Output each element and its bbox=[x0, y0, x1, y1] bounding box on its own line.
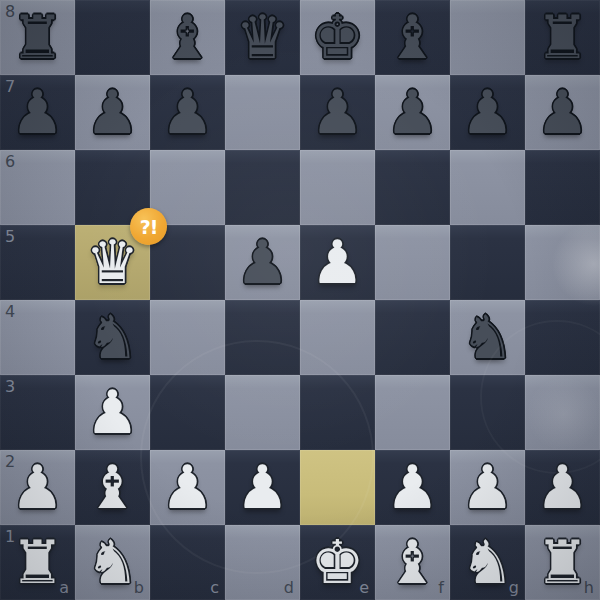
square-b4[interactable]: ♞ bbox=[75, 300, 150, 375]
square-b1[interactable]: b♞ bbox=[75, 525, 150, 600]
black-knight[interactable]: ♞ bbox=[75, 300, 150, 375]
square-c8[interactable]: ♝ bbox=[150, 0, 225, 75]
square-f3[interactable] bbox=[375, 375, 450, 450]
square-g4[interactable]: ♞ bbox=[450, 300, 525, 375]
rank-label-4: 4 bbox=[5, 304, 15, 320]
square-d4[interactable] bbox=[225, 300, 300, 375]
square-e2[interactable] bbox=[300, 450, 375, 525]
black-pawn[interactable]: ♟ bbox=[150, 75, 225, 150]
square-a4[interactable]: 4 bbox=[0, 300, 75, 375]
black-pawn[interactable]: ♟ bbox=[525, 75, 600, 150]
file-label-d: d bbox=[284, 580, 294, 596]
file-label-a: a bbox=[59, 580, 69, 596]
square-g2[interactable]: ♟ bbox=[450, 450, 525, 525]
black-pawn[interactable]: ♟ bbox=[300, 75, 375, 150]
white-pawn[interactable]: ♟ bbox=[75, 375, 150, 450]
square-g5[interactable] bbox=[450, 225, 525, 300]
square-a2[interactable]: 2♟ bbox=[0, 450, 75, 525]
rank-label-2: 2 bbox=[5, 454, 15, 470]
white-pawn[interactable]: ♟ bbox=[450, 450, 525, 525]
square-f8[interactable]: ♝ bbox=[375, 0, 450, 75]
black-king[interactable]: ♚ bbox=[300, 0, 375, 75]
square-a7[interactable]: 7♟ bbox=[0, 75, 75, 150]
square-h4[interactable] bbox=[525, 300, 600, 375]
square-c3[interactable] bbox=[150, 375, 225, 450]
square-e5[interactable]: ♟ bbox=[300, 225, 375, 300]
file-label-h: h bbox=[584, 580, 594, 596]
black-pawn[interactable]: ♟ bbox=[75, 75, 150, 150]
square-g1[interactable]: g♞ bbox=[450, 525, 525, 600]
square-d2[interactable]: ♟ bbox=[225, 450, 300, 525]
square-e3[interactable] bbox=[300, 375, 375, 450]
rank-label-7: 7 bbox=[5, 79, 15, 95]
file-label-f: f bbox=[438, 580, 444, 596]
square-d5[interactable]: ♟ bbox=[225, 225, 300, 300]
chess-app: 8♜♝♛♚♝♜7♟♟♟♟♟♟♟65♛?!♟♟4♞♞3♟2♟♝♟♟♟♟♟1a♜b♞… bbox=[0, 0, 600, 600]
square-g7[interactable]: ♟ bbox=[450, 75, 525, 150]
square-d7[interactable] bbox=[225, 75, 300, 150]
chess-board: 8♜♝♛♚♝♜7♟♟♟♟♟♟♟65♛?!♟♟4♞♞3♟2♟♝♟♟♟♟♟1a♜b♞… bbox=[0, 0, 600, 600]
file-label-b: b bbox=[134, 580, 144, 596]
square-f5[interactable] bbox=[375, 225, 450, 300]
square-c7[interactable]: ♟ bbox=[150, 75, 225, 150]
white-pawn[interactable]: ♟ bbox=[225, 450, 300, 525]
square-c1[interactable]: c bbox=[150, 525, 225, 600]
square-a8[interactable]: 8♜ bbox=[0, 0, 75, 75]
square-h3[interactable] bbox=[525, 375, 600, 450]
black-queen[interactable]: ♛ bbox=[225, 0, 300, 75]
square-e8[interactable]: ♚ bbox=[300, 0, 375, 75]
square-d8[interactable]: ♛ bbox=[225, 0, 300, 75]
square-b3[interactable]: ♟ bbox=[75, 375, 150, 450]
black-rook[interactable]: ♜ bbox=[525, 0, 600, 75]
rank-label-3: 3 bbox=[5, 379, 15, 395]
rank-label-1: 1 bbox=[5, 529, 15, 545]
square-h2[interactable]: ♟ bbox=[525, 450, 600, 525]
square-b5[interactable]: ♛?! bbox=[75, 225, 150, 300]
file-label-g: g bbox=[509, 580, 519, 596]
rank-label-5: 5 bbox=[5, 229, 15, 245]
rank-label-6: 6 bbox=[5, 154, 15, 170]
square-a1[interactable]: 1a♜ bbox=[0, 525, 75, 600]
square-d3[interactable] bbox=[225, 375, 300, 450]
square-b8[interactable] bbox=[75, 0, 150, 75]
square-e4[interactable] bbox=[300, 300, 375, 375]
black-pawn[interactable]: ♟ bbox=[450, 75, 525, 150]
file-label-e: e bbox=[359, 580, 369, 596]
move-annotation-badge: ?! bbox=[130, 208, 167, 245]
square-h7[interactable]: ♟ bbox=[525, 75, 600, 150]
file-label-c: c bbox=[210, 580, 219, 596]
square-c2[interactable]: ♟ bbox=[150, 450, 225, 525]
square-d1[interactable]: d bbox=[225, 525, 300, 600]
white-pawn[interactable]: ♟ bbox=[375, 450, 450, 525]
square-e6[interactable] bbox=[300, 150, 375, 225]
square-b7[interactable]: ♟ bbox=[75, 75, 150, 150]
black-knight[interactable]: ♞ bbox=[450, 300, 525, 375]
square-e7[interactable]: ♟ bbox=[300, 75, 375, 150]
square-a5[interactable]: 5 bbox=[0, 225, 75, 300]
square-h5[interactable] bbox=[525, 225, 600, 300]
black-bishop[interactable]: ♝ bbox=[375, 0, 450, 75]
square-g6[interactable] bbox=[450, 150, 525, 225]
white-bishop[interactable]: ♝ bbox=[75, 450, 150, 525]
square-e1[interactable]: e♚ bbox=[300, 525, 375, 600]
square-f1[interactable]: f♝ bbox=[375, 525, 450, 600]
rank-label-8: 8 bbox=[5, 4, 15, 20]
white-pawn[interactable]: ♟ bbox=[150, 450, 225, 525]
square-a3[interactable]: 3 bbox=[0, 375, 75, 450]
square-g3[interactable] bbox=[450, 375, 525, 450]
white-pawn[interactable]: ♟ bbox=[525, 450, 600, 525]
white-pawn[interactable]: ♟ bbox=[300, 225, 375, 300]
square-h1[interactable]: h♜ bbox=[525, 525, 600, 600]
black-pawn[interactable]: ♟ bbox=[375, 75, 450, 150]
square-f7[interactable]: ♟ bbox=[375, 75, 450, 150]
square-f2[interactable]: ♟ bbox=[375, 450, 450, 525]
square-f6[interactable] bbox=[375, 150, 450, 225]
square-h6[interactable] bbox=[525, 150, 600, 225]
black-pawn[interactable]: ♟ bbox=[225, 225, 300, 300]
square-f4[interactable] bbox=[375, 300, 450, 375]
square-b2[interactable]: ♝ bbox=[75, 450, 150, 525]
square-d6[interactable] bbox=[225, 150, 300, 225]
square-h8[interactable]: ♜ bbox=[525, 0, 600, 75]
square-a6[interactable]: 6 bbox=[0, 150, 75, 225]
black-bishop[interactable]: ♝ bbox=[150, 0, 225, 75]
square-g8[interactable] bbox=[450, 0, 525, 75]
square-c4[interactable] bbox=[150, 300, 225, 375]
